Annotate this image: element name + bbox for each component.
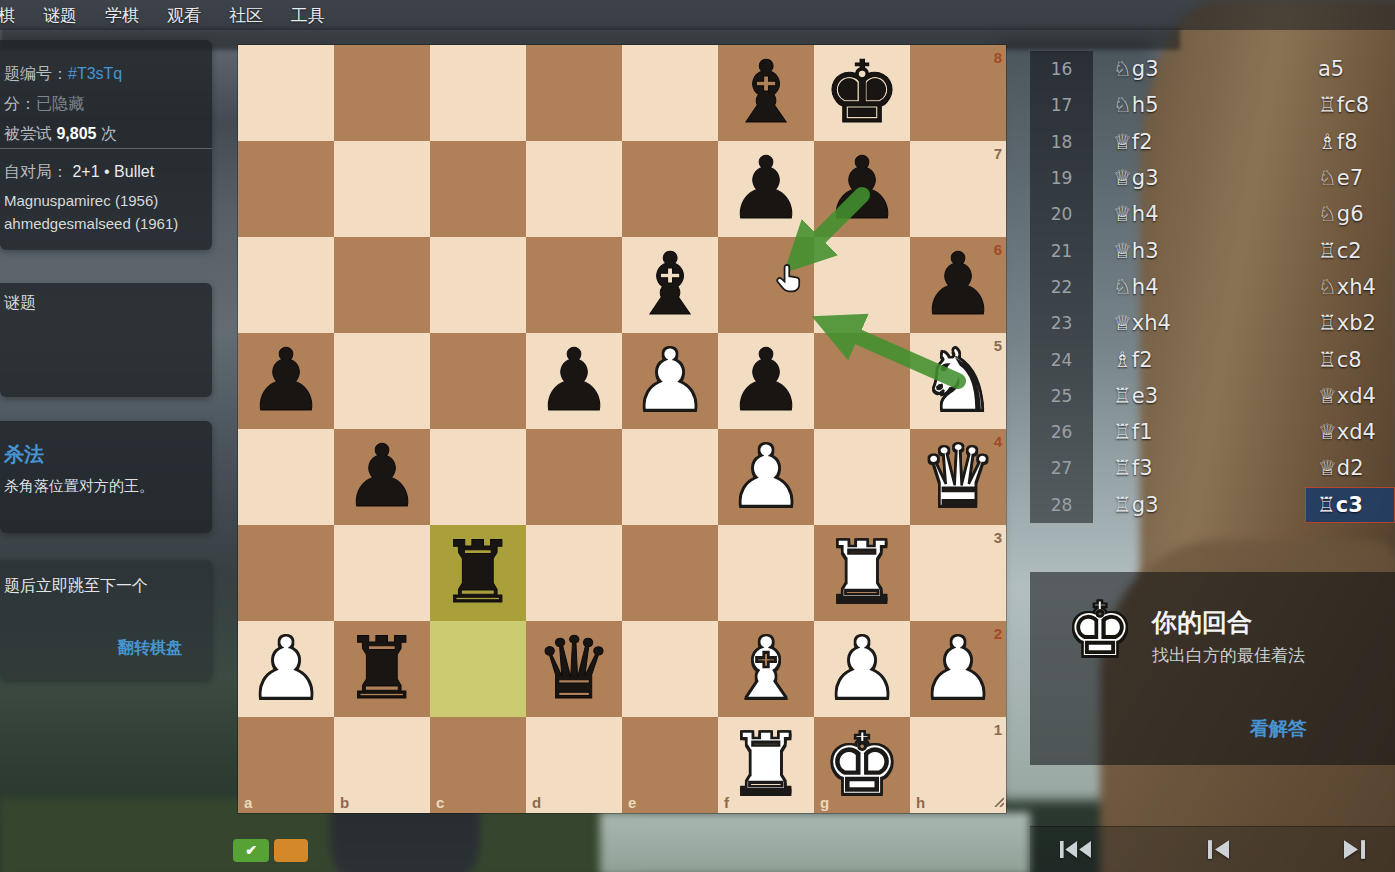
flip-board-link[interactable]: 翻转棋盘 (118, 638, 182, 659)
move-black-26[interactable]: ♕xd4 (1305, 414, 1395, 450)
move-white-16[interactable]: ♘g3 (1093, 51, 1305, 87)
square-d2[interactable] (526, 621, 622, 717)
move-black-21[interactable]: ♖c2 (1305, 232, 1395, 268)
square-f6[interactable] (718, 237, 814, 333)
board-resize-handle[interactable] (992, 793, 1004, 811)
puzzle-plays-line: 被尝试 9,805 次 (4, 124, 117, 145)
coord-rank-8: 8 (988, 49, 1002, 66)
square-a2[interactable] (238, 621, 334, 717)
coord-file-f: f (724, 794, 729, 811)
player-black[interactable]: ahmedgesmalseed (1961) (4, 215, 178, 232)
square-b4[interactable] (334, 429, 430, 525)
nav-item-5[interactable]: 社区 (215, 4, 277, 27)
move-row-28: 28♖g3♖c3 (1030, 487, 1395, 523)
square-e2[interactable] (622, 621, 718, 717)
move-black-22[interactable]: ♘xh4 (1305, 269, 1395, 305)
nav-item-3[interactable]: 学棋 (91, 4, 153, 27)
move-number: 18 (1030, 124, 1093, 160)
square-f2[interactable] (718, 621, 814, 717)
move-number: 25 (1030, 378, 1093, 414)
puzzle-panel-title: 谜题 (4, 293, 36, 314)
square-e4[interactable] (622, 429, 718, 525)
square-g2[interactable] (814, 621, 910, 717)
move-black-17[interactable]: ♖fc8 (1305, 87, 1395, 123)
square-d6[interactable] (526, 237, 622, 333)
theme-link[interactable]: 杀法 (4, 441, 44, 468)
find-best-move-subtitle: 找出白方的最佳着法 (1152, 644, 1305, 667)
coord-rank-5: 5 (988, 337, 1002, 354)
puzzle-id-line: 题编号：#T3sTq (4, 64, 122, 85)
panel-divider (0, 148, 212, 149)
square-e6[interactable] (622, 237, 718, 333)
rating-label: 分： (4, 95, 36, 112)
puzzle-retry-button[interactable] (274, 839, 308, 862)
square-a7[interactable] (238, 141, 334, 237)
square-f3[interactable] (718, 525, 814, 621)
square-f7[interactable] (718, 141, 814, 237)
move-row-22: 22♘h4♘xh4 (1030, 269, 1395, 305)
square-d5[interactable] (526, 333, 622, 429)
square-g4[interactable] (814, 429, 910, 525)
square-a5[interactable] (238, 333, 334, 429)
square-f5[interactable] (718, 333, 814, 429)
puzzle-info-panel: 题编号：#T3sTq 分：已隐藏 被尝试 9,805 次 自对局： 2+1 • … (0, 40, 212, 250)
view-solution-link[interactable]: 看解答 (1250, 716, 1307, 742)
move-current[interactable]: ♖c3 (1305, 487, 1395, 523)
square-d7[interactable] (526, 141, 622, 237)
square-g6[interactable] (814, 237, 910, 333)
rating-hidden-value: 已隐藏 (36, 95, 84, 112)
puzzle-id-link[interactable]: #T3sTq (68, 65, 122, 82)
square-f8[interactable] (718, 45, 814, 141)
move-row-25: 25♖e3♕xd4 (1030, 378, 1395, 414)
square-e8[interactable] (622, 45, 718, 141)
square-b3[interactable] (334, 525, 430, 621)
coord-file-d: d (532, 794, 541, 811)
nav-item-4[interactable]: 观看 (153, 4, 215, 27)
move-white-23[interactable]: ♕xh4 (1093, 305, 1305, 341)
coord-file-c: c (436, 794, 444, 811)
your-turn-title: 你的回合 (1152, 606, 1252, 639)
move-white-28[interactable]: ♖g3 (1093, 487, 1305, 523)
move-row-23: 23♕xh4♖xb2 (1030, 305, 1395, 341)
from-game-line: 自对局： 2+1 • Bullet (4, 162, 154, 183)
move-number: 22 (1030, 269, 1093, 305)
square-b8[interactable] (334, 45, 430, 141)
move-row-20: 20♕h4♘g6 (1030, 196, 1395, 232)
lichess-puzzle-page: 棋谜题学棋观看社区工具 题编号：#T3sTq 分：已隐藏 被尝试 9,805 次… (0, 0, 1395, 872)
nav-item-6[interactable]: 工具 (277, 4, 339, 27)
from-game-label: 自对局： (4, 163, 68, 180)
coord-file-h: h (916, 794, 925, 811)
move-white-22[interactable]: ♘h4 (1093, 269, 1305, 305)
move-black-25[interactable]: ♕xd4 (1305, 378, 1395, 414)
move-black-18[interactable]: ♗f8 (1305, 124, 1395, 160)
coord-file-g: g (820, 794, 829, 811)
settings-panel: 题后立即跳至下一个 翻转棋盘 (0, 560, 212, 680)
plays-count: 9,805 (56, 125, 96, 142)
square-c5[interactable] (430, 333, 526, 429)
last-move-button[interactable] (1344, 840, 1365, 859)
square-g3[interactable] (814, 525, 910, 621)
white-king-icon: ♚ (1066, 590, 1134, 670)
move-white-26[interactable]: ♖f1 (1093, 414, 1305, 450)
square-c1[interactable] (430, 717, 526, 813)
plays-suffix: 次 (97, 125, 117, 142)
square-a8[interactable] (238, 45, 334, 141)
square-d4[interactable] (526, 429, 622, 525)
player-white[interactable]: Magnuspamirec (1956) (4, 192, 158, 209)
square-c8[interactable] (430, 45, 526, 141)
move-white-18[interactable]: ♕f2 (1093, 124, 1305, 160)
move-number: 21 (1030, 232, 1093, 268)
move-number: 28 (1030, 487, 1093, 523)
square-e5[interactable] (622, 333, 718, 429)
move-row-24: 24♗f2♖c8 (1030, 341, 1395, 377)
move-number: 19 (1030, 160, 1093, 196)
nav-item-2[interactable]: 谜题 (29, 4, 91, 27)
move-row-16: 16♘g3a5 (1030, 51, 1395, 87)
move-black-19[interactable]: ♘e7 (1305, 160, 1395, 196)
square-a3[interactable] (238, 525, 334, 621)
auto-next-label[interactable]: 题后立即跳至下一个 (4, 576, 148, 597)
coord-rank-4: 4 (988, 433, 1002, 450)
move-white-17[interactable]: ♘h5 (1093, 87, 1305, 123)
square-c4[interactable] (430, 429, 526, 525)
puzzle-rating-line: 分：已隐藏 (4, 94, 84, 115)
move-black-23[interactable]: ♖xb2 (1305, 305, 1395, 341)
coord-rank-7: 7 (988, 145, 1002, 162)
check-icon: ✔ (245, 842, 257, 858)
square-b6[interactable] (334, 237, 430, 333)
move-white-24[interactable]: ♗f2 (1093, 341, 1305, 377)
move-number: 24 (1030, 341, 1093, 377)
square-b2[interactable] (334, 621, 430, 717)
move-white-21[interactable]: ♕h3 (1093, 232, 1305, 268)
square-e7[interactable] (622, 141, 718, 237)
turn-feedback-panel: ♚ 你的回合 找出白方的最佳着法 看解答 (1030, 572, 1395, 765)
puzzle-success-button[interactable]: ✔ (233, 839, 269, 862)
square-c3[interactable] (430, 525, 526, 621)
move-number: 23 (1030, 305, 1093, 341)
move-number: 16 (1030, 51, 1093, 87)
move-black-16[interactable]: a5 (1305, 51, 1395, 87)
square-e3[interactable] (622, 525, 718, 621)
plays-prefix: 被尝试 (4, 125, 56, 142)
coord-file-e: e (628, 794, 636, 811)
move-row-27: 27♖f3♕d2 (1030, 450, 1395, 486)
time-control: 2+1 • Bullet (72, 163, 154, 180)
move-black-20[interactable]: ♘g6 (1305, 196, 1395, 232)
move-number: 27 (1030, 450, 1093, 486)
square-c6[interactable] (430, 237, 526, 333)
coord-file-b: b (340, 794, 349, 811)
first-move-button[interactable] (1060, 840, 1092, 859)
move-list: 16♘g3a517♘h5♖fc818♕f2♗f819♕g3♘e720♕h4♘g6… (1030, 51, 1395, 523)
puzzle-title-panel: 谜题 (0, 283, 212, 397)
move-black-27[interactable]: ♕d2 (1305, 450, 1395, 486)
move-row-19: 19♕g3♘e7 (1030, 160, 1395, 196)
square-a6[interactable] (238, 237, 334, 333)
square-c7[interactable] (430, 141, 526, 237)
coord-rank-3: 3 (988, 529, 1002, 546)
square-b5[interactable] (334, 333, 430, 429)
background-water (600, 812, 1030, 872)
coord-file-a: a (244, 794, 252, 811)
previous-move-button[interactable] (1208, 840, 1229, 859)
puzzle-id-label: 题编号： (4, 65, 68, 82)
square-d8[interactable] (526, 45, 622, 141)
nav-item-1[interactable]: 棋 (0, 4, 29, 27)
move-row-21: 21♕h3♖c2 (1030, 232, 1395, 268)
square-f1[interactable] (718, 717, 814, 813)
coord-rank-2: 2 (988, 625, 1002, 642)
move-white-19[interactable]: ♕g3 (1093, 160, 1305, 196)
move-number: 26 (1030, 414, 1093, 450)
square-e1[interactable] (622, 717, 718, 813)
square-b7[interactable] (334, 141, 430, 237)
playback-controls (1030, 826, 1395, 872)
square-c2[interactable] (430, 621, 526, 717)
move-white-20[interactable]: ♕h4 (1093, 196, 1305, 232)
square-d3[interactable] (526, 525, 622, 621)
square-g5[interactable] (814, 333, 910, 429)
move-black-24[interactable]: ♖c8 (1305, 341, 1395, 377)
square-a4[interactable] (238, 429, 334, 525)
coord-rank-6: 6 (988, 241, 1002, 258)
move-white-27[interactable]: ♖f3 (1093, 450, 1305, 486)
top-nav: 棋谜题学棋观看社区工具 (0, 0, 1395, 30)
theme-description: 杀角落位置对方的王。 (4, 477, 154, 496)
square-a1[interactable] (238, 717, 334, 813)
square-f4[interactable] (718, 429, 814, 525)
square-g7[interactable] (814, 141, 910, 237)
move-number: 20 (1030, 196, 1093, 232)
move-row-17: 17♘h5♖fc8 (1030, 87, 1395, 123)
move-white-25[interactable]: ♖e3 (1093, 378, 1305, 414)
move-row-26: 26♖f1♕xd4 (1030, 414, 1395, 450)
square-g8[interactable] (814, 45, 910, 141)
theme-panel: 杀法 杀角落位置对方的王。 (0, 421, 212, 533)
move-row-18: 18♕f2♗f8 (1030, 124, 1395, 160)
coord-rank-1: 1 (988, 721, 1002, 738)
move-number: 17 (1030, 87, 1093, 123)
chess-board[interactable]: 12345678abcdefgh♝♚♟♟♝♟♟♟♟♟♞♟♟♛♜♜♟♜♛♝♟♟♜♚ (238, 45, 1006, 813)
